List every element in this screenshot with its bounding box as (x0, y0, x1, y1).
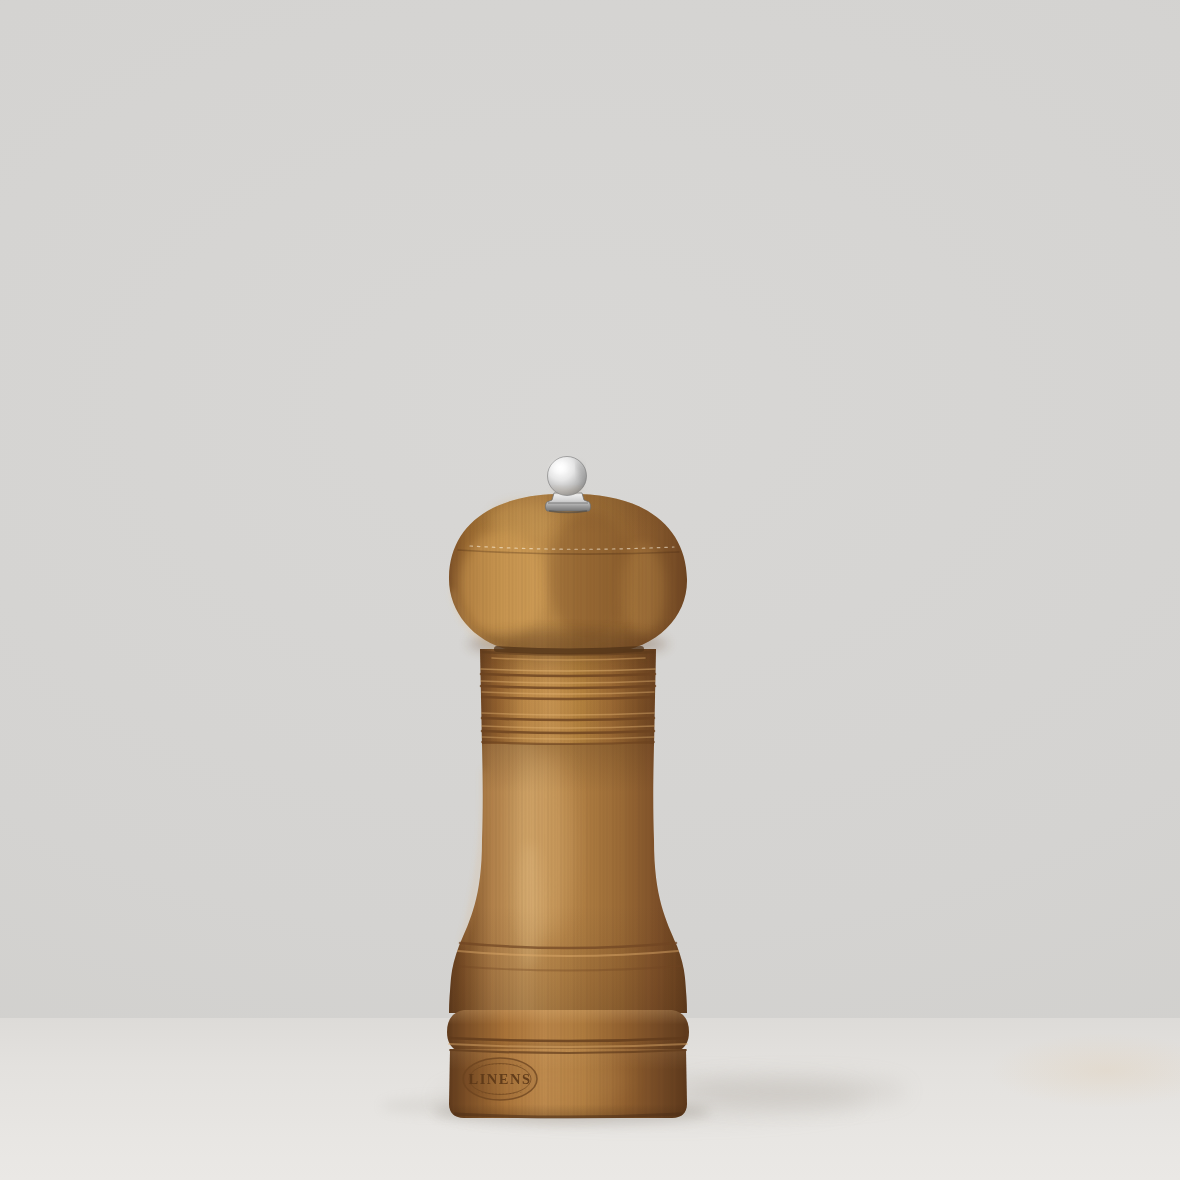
brand-stamp-text: LINENS (469, 1071, 532, 1087)
chrome-finial (546, 457, 591, 513)
wood-grain-overlay (440, 488, 696, 1128)
pepper-mill-photo: LINENS (0, 0, 1180, 1180)
scene: LINENS (0, 0, 1180, 1180)
pepper-mill: LINENS (440, 457, 696, 1129)
cap-seam (497, 649, 641, 652)
brand-stamp: LINENS (463, 1058, 537, 1100)
